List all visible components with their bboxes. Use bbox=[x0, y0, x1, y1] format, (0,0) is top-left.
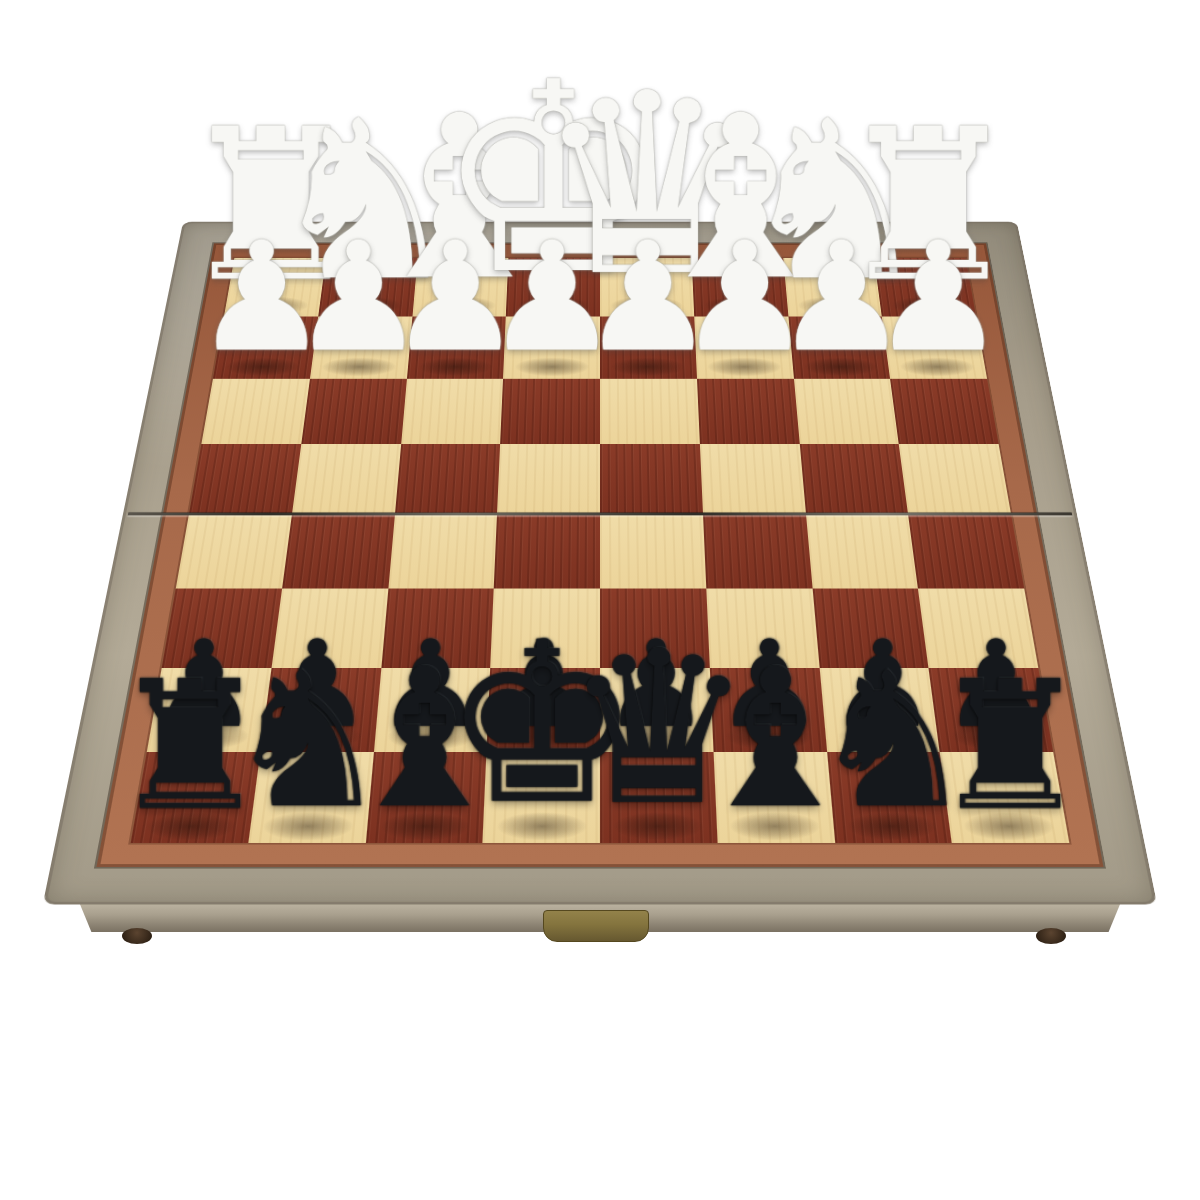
square-a3[interactable] bbox=[890, 378, 998, 444]
square-f4[interactable] bbox=[395, 444, 501, 514]
chess-board: ♜♞♝♚♛♝♞♜♟♟♟♟♟♟♟♟♟♟♟♟♟♟♟♟♜♞♝♚♛♝♞♜ bbox=[43, 222, 1158, 905]
square-b3[interactable] bbox=[793, 378, 898, 444]
square-h1[interactable] bbox=[224, 258, 326, 317]
product-photo-scene: ♜♞♝♚♛♝♞♜♟♟♟♟♟♟♟♟♟♟♟♟♟♟♟♟♜♞♝♚♛♝♞♜ bbox=[0, 0, 1200, 1200]
square-f1[interactable] bbox=[412, 258, 509, 317]
square-a1[interactable] bbox=[874, 258, 976, 317]
square-g4[interactable] bbox=[292, 444, 401, 514]
square-d1[interactable] bbox=[600, 258, 694, 317]
square-b2[interactable] bbox=[788, 316, 890, 378]
square-c1[interactable] bbox=[691, 258, 788, 317]
piece-cell-a8: ♜ bbox=[940, 752, 1069, 843]
square-c2[interactable] bbox=[694, 316, 793, 378]
square-g3[interactable] bbox=[301, 378, 406, 444]
piece-black-rook-a8[interactable]: ♜ bbox=[930, 657, 1089, 835]
square-e1[interactable] bbox=[506, 258, 600, 317]
square-h4[interactable] bbox=[189, 444, 301, 514]
square-a4[interactable] bbox=[899, 444, 1011, 514]
case-foot-right bbox=[1036, 928, 1066, 944]
square-e2[interactable] bbox=[503, 316, 600, 378]
square-f3[interactable] bbox=[401, 378, 504, 444]
square-a2[interactable] bbox=[882, 316, 987, 378]
square-e4[interactable] bbox=[497, 444, 600, 514]
square-c4[interactable] bbox=[700, 444, 806, 514]
square-d2[interactable] bbox=[600, 316, 697, 378]
square-e3[interactable] bbox=[500, 378, 600, 444]
square-b1[interactable] bbox=[783, 258, 882, 317]
square-d3[interactable] bbox=[600, 378, 700, 444]
square-d4[interactable] bbox=[600, 444, 703, 514]
square-g1[interactable] bbox=[318, 258, 417, 317]
square-c3[interactable] bbox=[697, 378, 800, 444]
case-foot-left bbox=[122, 928, 152, 944]
square-h2[interactable] bbox=[213, 316, 318, 378]
square-g2[interactable] bbox=[310, 316, 412, 378]
case-latch[interactable] bbox=[543, 910, 649, 942]
square-b4[interactable] bbox=[799, 444, 908, 514]
square-f2[interactable] bbox=[407, 316, 506, 378]
square-h3[interactable] bbox=[201, 378, 309, 444]
